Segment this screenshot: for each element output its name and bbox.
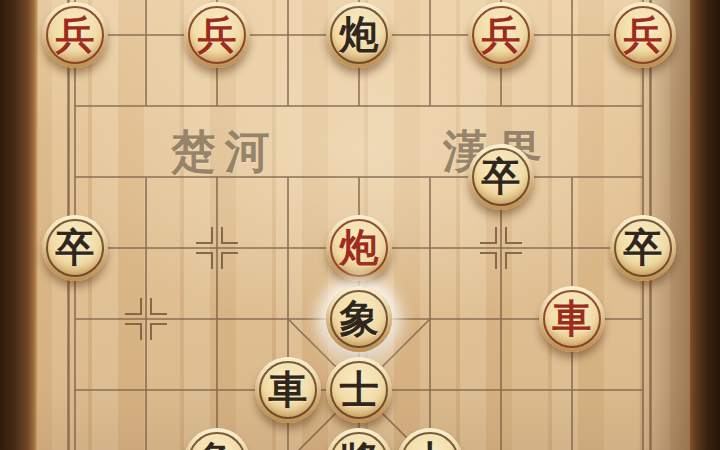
red-chariot-h8[interactable]: 車: [539, 286, 605, 352]
xiangqi-board-screenshot: 楚河 漢界 兵兵炮兵兵卒卒炮卒象車車士象將士: [0, 0, 720, 450]
black-soldier-i7[interactable]: 卒: [610, 215, 676, 281]
black-advisor-e9[interactable]: 士: [326, 357, 392, 423]
piece-character: 象: [198, 441, 237, 450]
piece-character: 兵: [198, 15, 237, 54]
piece-character: 卒: [624, 228, 663, 267]
black-general-e10[interactable]: 將: [326, 428, 392, 450]
black-elephant-c10[interactable]: 象: [184, 428, 250, 450]
piece-character: 兵: [56, 15, 95, 54]
piece-character: 卒: [56, 228, 95, 267]
black-chariot-d9[interactable]: 車: [255, 357, 321, 423]
piece-character: 兵: [482, 15, 521, 54]
black-advisor-f10[interactable]: 士: [397, 428, 463, 450]
red-soldier-g4[interactable]: 兵: [468, 2, 534, 68]
black-soldier-a7[interactable]: 卒: [42, 215, 108, 281]
piece-character: 士: [340, 370, 379, 409]
board-grid: 兵兵炮兵兵卒卒炮卒象車車士象將士: [40, 0, 679, 450]
red-soldier-c4[interactable]: 兵: [184, 2, 250, 68]
piece-character: 炮: [340, 228, 379, 267]
piece-character: 車: [269, 370, 308, 409]
piece-character: 兵: [624, 15, 663, 54]
black-elephant-e8[interactable]: 象: [326, 286, 392, 352]
red-cannon-e7[interactable]: 炮: [326, 215, 392, 281]
piece-character: 士: [411, 441, 450, 450]
piece-character: 炮: [340, 15, 379, 54]
piece-character: 卒: [482, 157, 521, 196]
piece-character: 將: [340, 441, 379, 450]
piece-character: 象: [340, 299, 379, 338]
piece-character: 車: [553, 299, 592, 338]
black-cannon-e4[interactable]: 炮: [326, 2, 392, 68]
red-soldier-a4[interactable]: 兵: [42, 2, 108, 68]
red-soldier-i4[interactable]: 兵: [610, 2, 676, 68]
black-soldier-g6[interactable]: 卒: [468, 144, 534, 210]
